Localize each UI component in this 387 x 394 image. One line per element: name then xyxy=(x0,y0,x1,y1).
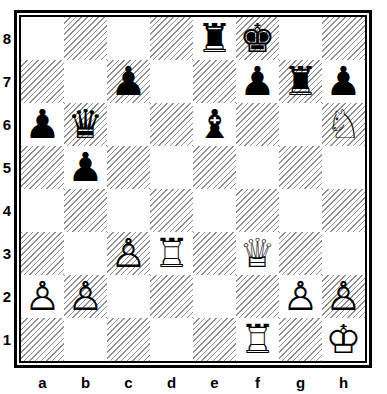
square-h1[interactable]: ♔ xyxy=(322,318,365,361)
square-b5[interactable]: ♟ xyxy=(64,146,107,189)
square-e6[interactable]: ♝ xyxy=(193,103,236,146)
white-pawn-b2[interactable]: ♙ xyxy=(68,275,104,318)
white-rook-d3[interactable]: ♖ xyxy=(154,232,190,275)
file-label-h: h xyxy=(322,373,365,393)
square-d2[interactable] xyxy=(150,275,193,318)
square-e8[interactable]: ♜ xyxy=(193,17,236,60)
square-f7[interactable]: ♟ xyxy=(236,60,279,103)
square-a3[interactable] xyxy=(21,232,64,275)
square-h7[interactable]: ♟ xyxy=(322,60,365,103)
square-f4[interactable] xyxy=(236,189,279,232)
square-a8[interactable] xyxy=(21,17,64,60)
square-g8[interactable] xyxy=(279,17,322,60)
rank-label-5: 5 xyxy=(0,146,14,189)
white-pawn-g2[interactable]: ♙ xyxy=(283,275,319,318)
square-h5[interactable] xyxy=(322,146,365,189)
square-c1[interactable] xyxy=(107,318,150,361)
white-pawn-a2[interactable]: ♙ xyxy=(25,275,61,318)
square-g5[interactable] xyxy=(279,146,322,189)
file-label-a: a xyxy=(21,373,64,393)
square-c5[interactable] xyxy=(107,146,150,189)
square-e5[interactable] xyxy=(193,146,236,189)
file-label-e: e xyxy=(193,373,236,393)
file-label-d: d xyxy=(150,373,193,393)
black-pawn-c7[interactable]: ♟ xyxy=(111,60,147,103)
rank-label-4: 4 xyxy=(0,189,14,232)
white-pawn-c3[interactable]: ♙ xyxy=(111,232,147,275)
square-h4[interactable] xyxy=(322,189,365,232)
black-queen-b6[interactable]: ♛ xyxy=(68,103,104,146)
square-a6[interactable]: ♟ xyxy=(21,103,64,146)
white-pawn-h2[interactable]: ♙ xyxy=(326,275,362,318)
square-c7[interactable]: ♟ xyxy=(107,60,150,103)
square-c8[interactable] xyxy=(107,17,150,60)
white-king-h1[interactable]: ♔ xyxy=(326,318,362,361)
square-g7[interactable]: ♜ xyxy=(279,60,322,103)
square-f5[interactable] xyxy=(236,146,279,189)
board-frame: ♜♚♟♟♜♟♟♛♝♘♟♙♖♕♙♙♙♙♖♔ xyxy=(14,10,372,368)
file-label-g: g xyxy=(279,373,322,393)
square-g3[interactable] xyxy=(279,232,322,275)
square-d7[interactable] xyxy=(150,60,193,103)
rank-labels: 87654321 xyxy=(0,17,14,361)
square-e3[interactable] xyxy=(193,232,236,275)
black-rook-g7[interactable]: ♜ xyxy=(283,60,319,103)
rank-label-2: 2 xyxy=(0,275,14,318)
square-g1[interactable] xyxy=(279,318,322,361)
square-h8[interactable] xyxy=(322,17,365,60)
white-knight-h6[interactable]: ♘ xyxy=(326,103,362,146)
square-d8[interactable] xyxy=(150,17,193,60)
square-b6[interactable]: ♛ xyxy=(64,103,107,146)
square-d4[interactable] xyxy=(150,189,193,232)
square-a5[interactable] xyxy=(21,146,64,189)
square-a4[interactable] xyxy=(21,189,64,232)
square-e2[interactable] xyxy=(193,275,236,318)
white-rook-f1[interactable]: ♖ xyxy=(240,318,276,361)
rank-label-6: 6 xyxy=(0,103,14,146)
square-e7[interactable] xyxy=(193,60,236,103)
square-b1[interactable] xyxy=(64,318,107,361)
square-b4[interactable] xyxy=(64,189,107,232)
square-a2[interactable]: ♙ xyxy=(21,275,64,318)
square-c4[interactable] xyxy=(107,189,150,232)
black-pawn-f7[interactable]: ♟ xyxy=(240,60,276,103)
square-c6[interactable] xyxy=(107,103,150,146)
chess-diagram: 87654321 ♜♚♟♟♜♟♟♛♝♘♟♙♖♕♙♙♙♙♖♔ abcdefgh xyxy=(0,0,387,394)
square-f2[interactable] xyxy=(236,275,279,318)
black-pawn-a6[interactable]: ♟ xyxy=(25,103,61,146)
square-a1[interactable] xyxy=(21,318,64,361)
square-c3[interactable]: ♙ xyxy=(107,232,150,275)
rank-label-1: 1 xyxy=(0,318,14,361)
square-h2[interactable]: ♙ xyxy=(322,275,365,318)
file-label-c: c xyxy=(107,373,150,393)
black-bishop-e6[interactable]: ♝ xyxy=(197,103,233,146)
square-c2[interactable] xyxy=(107,275,150,318)
black-rook-e8[interactable]: ♜ xyxy=(197,17,233,60)
square-b3[interactable] xyxy=(64,232,107,275)
rank-label-3: 3 xyxy=(0,232,14,275)
square-h6[interactable]: ♘ xyxy=(322,103,365,146)
square-a7[interactable] xyxy=(21,60,64,103)
square-d5[interactable] xyxy=(150,146,193,189)
square-g6[interactable] xyxy=(279,103,322,146)
square-d1[interactable] xyxy=(150,318,193,361)
square-f1[interactable]: ♖ xyxy=(236,318,279,361)
white-queen-f3[interactable]: ♕ xyxy=(240,232,276,275)
square-b8[interactable] xyxy=(64,17,107,60)
square-h3[interactable] xyxy=(322,232,365,275)
square-g2[interactable]: ♙ xyxy=(279,275,322,318)
square-g4[interactable] xyxy=(279,189,322,232)
rank-label-7: 7 xyxy=(0,60,14,103)
square-d6[interactable] xyxy=(150,103,193,146)
black-pawn-h7[interactable]: ♟ xyxy=(326,60,362,103)
square-b7[interactable] xyxy=(64,60,107,103)
rank-label-8: 8 xyxy=(0,17,14,60)
chess-board: ♜♚♟♟♜♟♟♛♝♘♟♙♖♕♙♙♙♙♖♔ xyxy=(19,15,367,363)
file-label-b: b xyxy=(64,373,107,393)
square-f6[interactable] xyxy=(236,103,279,146)
square-e1[interactable] xyxy=(193,318,236,361)
file-label-f: f xyxy=(236,373,279,393)
square-f8[interactable]: ♚ xyxy=(236,17,279,60)
file-labels: abcdefgh xyxy=(21,373,365,393)
square-e4[interactable] xyxy=(193,189,236,232)
black-pawn-b5[interactable]: ♟ xyxy=(68,146,104,189)
black-king-f8[interactable]: ♚ xyxy=(240,17,276,60)
square-f3[interactable]: ♕ xyxy=(236,232,279,275)
square-d3[interactable]: ♖ xyxy=(150,232,193,275)
square-b2[interactable]: ♙ xyxy=(64,275,107,318)
